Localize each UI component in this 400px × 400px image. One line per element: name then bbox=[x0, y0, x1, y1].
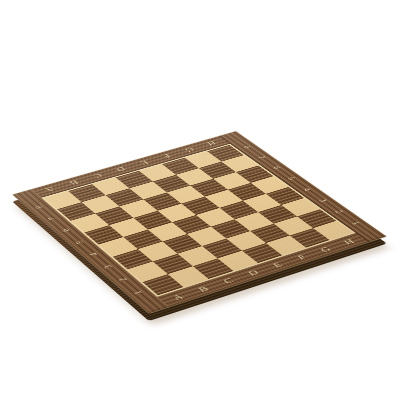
chessboard: AABBCCDDEEFFGGHH8877665544332211 bbox=[12, 131, 387, 314]
product-photo-stage: AABBCCDDEEFFGGHH8877665544332211 bbox=[0, 0, 400, 400]
